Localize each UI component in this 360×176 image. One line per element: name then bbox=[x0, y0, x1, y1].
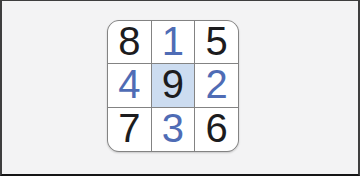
sudoku-cell-r2c3[interactable]: 2 bbox=[195, 64, 238, 107]
sudoku-cell-r1c1[interactable]: 8 bbox=[108, 21, 151, 64]
cell-digit: 7 bbox=[118, 108, 140, 148]
sudoku-cell-r1c2[interactable]: 1 bbox=[152, 21, 195, 64]
sudoku-cell-r1c3[interactable]: 5 bbox=[195, 21, 238, 64]
app-background: 815492736 bbox=[0, 0, 360, 176]
cell-digit: 5 bbox=[206, 21, 228, 61]
cell-digit: 2 bbox=[206, 64, 228, 104]
cell-digit: 3 bbox=[162, 108, 184, 148]
cell-digit: 1 bbox=[162, 21, 184, 61]
sudoku-cell-r2c1[interactable]: 4 bbox=[108, 64, 151, 107]
sudoku-cell-r2c2[interactable]: 9 bbox=[152, 64, 195, 107]
sudoku-cell-r3c2[interactable]: 3 bbox=[152, 108, 195, 151]
cell-digit: 4 bbox=[118, 64, 140, 104]
cell-digit: 9 bbox=[162, 64, 184, 104]
sudoku-cell-r3c3[interactable]: 6 bbox=[195, 108, 238, 151]
sudoku-board: 815492736 bbox=[107, 20, 239, 152]
cell-digit: 6 bbox=[206, 108, 228, 148]
sudoku-cell-r3c1[interactable]: 7 bbox=[108, 108, 151, 151]
cell-digit: 8 bbox=[118, 21, 140, 61]
